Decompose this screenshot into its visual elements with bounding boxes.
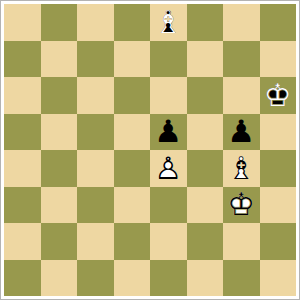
square-c8[interactable] <box>77 4 114 41</box>
square-f6[interactable] <box>187 77 224 114</box>
square-a4[interactable] <box>4 150 41 187</box>
square-e8[interactable]: ♝♗ <box>150 4 187 41</box>
square-f7[interactable] <box>187 41 224 78</box>
square-d5[interactable] <box>114 114 151 151</box>
square-a3[interactable] <box>4 187 41 224</box>
white-bishop-glyph: ♝ <box>223 150 260 187</box>
square-d6[interactable] <box>114 77 151 114</box>
square-d8[interactable] <box>114 4 151 41</box>
square-f5[interactable] <box>187 114 224 151</box>
square-a6[interactable] <box>4 77 41 114</box>
square-a8[interactable] <box>4 4 41 41</box>
square-d7[interactable] <box>114 41 151 78</box>
square-d3[interactable] <box>114 187 151 224</box>
square-g7[interactable] <box>223 41 260 78</box>
square-c1[interactable] <box>77 260 114 297</box>
square-e6[interactable] <box>150 77 187 114</box>
black-king-outline: ♔ <box>260 77 297 114</box>
square-e4[interactable]: ♟♙ <box>150 150 187 187</box>
black-bishop-glyph: ♝ <box>150 4 187 41</box>
square-h6[interactable]: ♚♔ <box>260 77 297 114</box>
white-bishop[interactable]: ♝♗ <box>223 150 260 187</box>
square-b7[interactable] <box>41 41 78 78</box>
square-g4[interactable]: ♝♗ <box>223 150 260 187</box>
square-h3[interactable] <box>260 187 297 224</box>
black-king[interactable]: ♚♔ <box>260 77 297 114</box>
square-g2[interactable] <box>223 223 260 260</box>
square-b3[interactable] <box>41 187 78 224</box>
square-a2[interactable] <box>4 223 41 260</box>
square-e5[interactable]: ♟ <box>150 114 187 151</box>
white-king-outline: ♔ <box>223 187 260 224</box>
square-c4[interactable] <box>77 150 114 187</box>
square-g8[interactable] <box>223 4 260 41</box>
square-c3[interactable] <box>77 187 114 224</box>
square-h2[interactable] <box>260 223 297 260</box>
board-frame: ♝♗♚♔♟♟♟♙♝♗♚♔ <box>0 0 300 300</box>
square-d1[interactable] <box>114 260 151 297</box>
white-pawn[interactable]: ♟♙ <box>150 150 187 187</box>
square-c5[interactable] <box>77 114 114 151</box>
chess-board: ♝♗♚♔♟♟♟♙♝♗♚♔ <box>4 4 296 296</box>
black-pawn[interactable]: ♟ <box>150 114 187 151</box>
square-g1[interactable] <box>223 260 260 297</box>
square-a7[interactable] <box>4 41 41 78</box>
square-b1[interactable] <box>41 260 78 297</box>
square-a5[interactable] <box>4 114 41 151</box>
black-pawn[interactable]: ♟ <box>223 114 260 151</box>
square-h1[interactable] <box>260 260 297 297</box>
square-g6[interactable] <box>223 77 260 114</box>
square-f1[interactable] <box>187 260 224 297</box>
black-bishop[interactable]: ♝♗ <box>150 4 187 41</box>
square-b2[interactable] <box>41 223 78 260</box>
white-pawn-outline: ♙ <box>150 150 187 187</box>
black-king-glyph: ♚ <box>260 77 297 114</box>
square-c6[interactable] <box>77 77 114 114</box>
square-h4[interactable] <box>260 150 297 187</box>
square-h8[interactable] <box>260 4 297 41</box>
square-b6[interactable] <box>41 77 78 114</box>
square-h5[interactable] <box>260 114 297 151</box>
white-bishop-outline: ♗ <box>223 150 260 187</box>
square-f2[interactable] <box>187 223 224 260</box>
square-b4[interactable] <box>41 150 78 187</box>
square-g3[interactable]: ♚♔ <box>223 187 260 224</box>
square-h7[interactable] <box>260 41 297 78</box>
square-f3[interactable] <box>187 187 224 224</box>
square-e3[interactable] <box>150 187 187 224</box>
square-e1[interactable] <box>150 260 187 297</box>
square-g5[interactable]: ♟ <box>223 114 260 151</box>
white-pawn-glyph: ♟ <box>150 150 187 187</box>
square-e2[interactable] <box>150 223 187 260</box>
square-c7[interactable] <box>77 41 114 78</box>
square-d2[interactable] <box>114 223 151 260</box>
black-pawn-glyph: ♟ <box>150 114 187 151</box>
white-king-glyph: ♚ <box>223 187 260 224</box>
white-king[interactable]: ♚♔ <box>223 187 260 224</box>
square-b8[interactable] <box>41 4 78 41</box>
black-bishop-outline: ♗ <box>150 4 187 41</box>
square-f8[interactable] <box>187 4 224 41</box>
square-c2[interactable] <box>77 223 114 260</box>
square-b5[interactable] <box>41 114 78 151</box>
square-a1[interactable] <box>4 260 41 297</box>
square-d4[interactable] <box>114 150 151 187</box>
square-f4[interactable] <box>187 150 224 187</box>
square-e7[interactable] <box>150 41 187 78</box>
black-pawn-glyph: ♟ <box>223 114 260 151</box>
